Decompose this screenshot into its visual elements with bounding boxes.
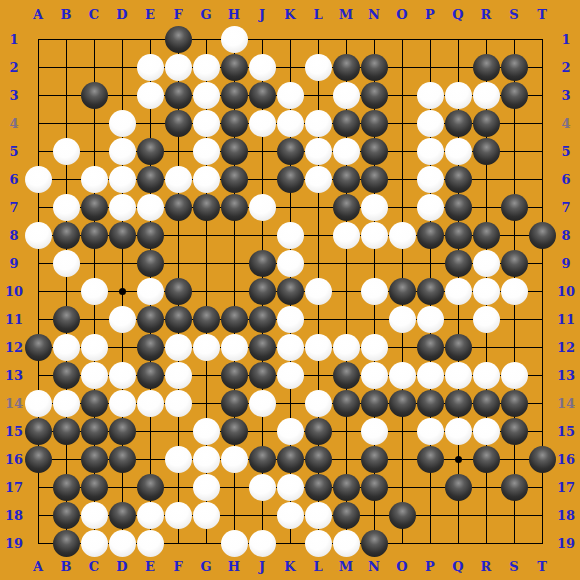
coord-label: R xyxy=(481,560,492,573)
stone-black[interactable] xyxy=(473,138,500,165)
stone-black[interactable] xyxy=(165,194,192,221)
stone-white[interactable] xyxy=(473,418,500,445)
coord-label: Q xyxy=(452,560,463,573)
stone-white[interactable] xyxy=(417,306,444,333)
stone-black[interactable] xyxy=(53,306,80,333)
coord-label: 16 xyxy=(557,453,575,466)
stone-black[interactable] xyxy=(501,250,528,277)
stone-white[interactable] xyxy=(193,110,220,137)
stone-black[interactable] xyxy=(25,334,52,361)
coord-label: M xyxy=(339,560,353,573)
stone-white[interactable] xyxy=(305,502,332,529)
stone-black[interactable] xyxy=(277,278,304,305)
stone-black[interactable] xyxy=(81,418,108,445)
stone-black[interactable] xyxy=(417,446,444,473)
coord-label: 15 xyxy=(557,425,575,438)
stone-white[interactable] xyxy=(277,110,304,137)
coord-label: 10 xyxy=(557,285,575,298)
stone-black[interactable] xyxy=(333,502,360,529)
stone-white[interactable] xyxy=(81,278,108,305)
stone-white[interactable] xyxy=(53,390,80,417)
stone-black[interactable] xyxy=(109,418,136,445)
stone-black[interactable] xyxy=(501,82,528,109)
stone-white[interactable] xyxy=(109,166,136,193)
stone-black[interactable] xyxy=(137,166,164,193)
stone-white[interactable] xyxy=(417,166,444,193)
stone-black[interactable] xyxy=(221,138,248,165)
stone-black[interactable] xyxy=(53,222,80,249)
star-point xyxy=(455,456,462,463)
coord-label: 4 xyxy=(561,117,570,130)
stone-black[interactable] xyxy=(445,110,472,137)
stone-black[interactable] xyxy=(25,418,52,445)
stone-black[interactable] xyxy=(53,502,80,529)
stone-black[interactable] xyxy=(389,278,416,305)
coord-label: 12 xyxy=(5,341,23,354)
stone-white[interactable] xyxy=(249,194,276,221)
coord-label: L xyxy=(313,560,322,573)
stone-black[interactable] xyxy=(193,194,220,221)
stone-black[interactable] xyxy=(305,446,332,473)
stone-white[interactable] xyxy=(165,166,192,193)
stone-black[interactable] xyxy=(137,222,164,249)
stone-black[interactable] xyxy=(445,390,472,417)
stone-white[interactable] xyxy=(81,530,108,557)
stone-black[interactable] xyxy=(361,390,388,417)
stone-white[interactable] xyxy=(221,446,248,473)
stone-black[interactable] xyxy=(165,110,192,137)
stone-black[interactable] xyxy=(221,166,248,193)
stone-white[interactable] xyxy=(109,194,136,221)
coord-label: 14 xyxy=(5,397,23,410)
coord-label: 11 xyxy=(557,313,575,326)
coord-label: 19 xyxy=(5,537,23,550)
coord-label: N xyxy=(368,8,380,21)
stone-white[interactable] xyxy=(193,418,220,445)
stone-black[interactable] xyxy=(501,54,528,81)
stone-black[interactable] xyxy=(221,390,248,417)
stone-white[interactable] xyxy=(305,390,332,417)
stone-black[interactable] xyxy=(333,390,360,417)
coord-label: O xyxy=(396,8,407,21)
coord-label: 18 xyxy=(5,509,23,522)
stone-white[interactable] xyxy=(305,530,332,557)
stone-white[interactable] xyxy=(193,138,220,165)
coord-label: K xyxy=(284,560,295,573)
coord-label: G xyxy=(200,560,211,573)
stone-white[interactable] xyxy=(333,222,360,249)
coord-label: 3 xyxy=(9,89,18,102)
coord-label: B xyxy=(61,560,72,573)
stone-white[interactable] xyxy=(277,334,304,361)
stone-white[interactable] xyxy=(361,222,388,249)
stone-black[interactable] xyxy=(249,446,276,473)
stone-white[interactable] xyxy=(389,222,416,249)
stone-white[interactable] xyxy=(193,54,220,81)
stone-black[interactable] xyxy=(165,26,192,53)
stone-black[interactable] xyxy=(333,474,360,501)
stone-black[interactable] xyxy=(53,530,80,557)
stone-white[interactable] xyxy=(361,362,388,389)
stone-white[interactable] xyxy=(165,54,192,81)
stone-black[interactable] xyxy=(53,418,80,445)
coord-label: 19 xyxy=(557,537,575,550)
coord-label: 8 xyxy=(561,229,570,242)
stone-black[interactable] xyxy=(81,446,108,473)
stone-black[interactable] xyxy=(137,250,164,277)
stone-white[interactable] xyxy=(249,54,276,81)
stone-white[interactable] xyxy=(165,334,192,361)
stone-white[interactable] xyxy=(109,390,136,417)
stone-white[interactable] xyxy=(53,334,80,361)
stone-black[interactable] xyxy=(361,446,388,473)
coord-label: L xyxy=(313,8,322,21)
stone-white[interactable] xyxy=(193,474,220,501)
stone-black[interactable] xyxy=(333,110,360,137)
coord-label: 1 xyxy=(561,33,570,46)
stone-black[interactable] xyxy=(445,474,472,501)
stone-black[interactable] xyxy=(445,166,472,193)
go-board[interactable]: AABBCCDDEEFFGGHHJJKKLLMMNNOOPPQQRRSSTT11… xyxy=(0,0,580,580)
coord-label: F xyxy=(173,560,182,573)
stone-black[interactable] xyxy=(221,54,248,81)
stone-black[interactable] xyxy=(81,194,108,221)
coord-label: H xyxy=(228,560,240,573)
stone-white[interactable] xyxy=(165,362,192,389)
stone-white[interactable] xyxy=(165,502,192,529)
star-point xyxy=(119,288,126,295)
coord-label: B xyxy=(61,8,72,21)
stone-white[interactable] xyxy=(445,278,472,305)
stone-black[interactable] xyxy=(277,446,304,473)
stone-white[interactable] xyxy=(445,82,472,109)
coord-label: 13 xyxy=(5,369,23,382)
coord-label: C xyxy=(89,8,99,21)
coord-label: D xyxy=(116,560,127,573)
coord-label: 2 xyxy=(561,61,570,74)
coord-label: C xyxy=(89,560,99,573)
stone-black[interactable] xyxy=(473,54,500,81)
stone-black[interactable] xyxy=(501,418,528,445)
stone-black[interactable] xyxy=(417,222,444,249)
coord-label: R xyxy=(481,8,492,21)
coord-label: J xyxy=(259,560,265,573)
stone-white[interactable] xyxy=(137,82,164,109)
stone-black[interactable] xyxy=(137,362,164,389)
stone-black[interactable] xyxy=(165,278,192,305)
coord-label: 11 xyxy=(5,313,23,326)
stone-black[interactable] xyxy=(221,82,248,109)
coord-label: O xyxy=(396,560,407,573)
stone-white[interactable] xyxy=(277,250,304,277)
stone-white[interactable] xyxy=(81,334,108,361)
coord-label: 4 xyxy=(9,117,18,130)
stone-black[interactable] xyxy=(249,362,276,389)
stone-white[interactable] xyxy=(333,82,360,109)
stone-white[interactable] xyxy=(277,82,304,109)
stone-white[interactable] xyxy=(193,502,220,529)
stone-white[interactable] xyxy=(137,194,164,221)
stone-black[interactable] xyxy=(25,446,52,473)
stone-black[interactable] xyxy=(361,138,388,165)
coord-label: 15 xyxy=(5,425,23,438)
stone-black[interactable] xyxy=(53,474,80,501)
stone-white[interactable] xyxy=(109,306,136,333)
coord-label: 8 xyxy=(9,229,18,242)
stone-white[interactable] xyxy=(333,530,360,557)
stone-black[interactable] xyxy=(501,474,528,501)
stone-white[interactable] xyxy=(277,222,304,249)
stone-white[interactable] xyxy=(109,138,136,165)
stone-white[interactable] xyxy=(81,166,108,193)
stone-white[interactable] xyxy=(277,502,304,529)
stone-black[interactable] xyxy=(473,446,500,473)
stone-white[interactable] xyxy=(53,250,80,277)
coord-label: F xyxy=(173,8,182,21)
stone-black[interactable] xyxy=(445,222,472,249)
stone-black[interactable] xyxy=(165,82,192,109)
stone-white[interactable] xyxy=(221,334,248,361)
stone-black[interactable] xyxy=(361,474,388,501)
stone-black[interactable] xyxy=(249,306,276,333)
stone-black[interactable] xyxy=(249,82,276,109)
coord-label: 6 xyxy=(561,173,570,186)
coord-label: J xyxy=(259,8,265,21)
coord-label: 14 xyxy=(557,397,575,410)
stone-white[interactable] xyxy=(137,390,164,417)
stone-white[interactable] xyxy=(193,334,220,361)
stone-white[interactable] xyxy=(417,138,444,165)
stone-white[interactable] xyxy=(417,110,444,137)
stone-white[interactable] xyxy=(137,278,164,305)
stone-black[interactable] xyxy=(81,474,108,501)
stone-black[interactable] xyxy=(277,166,304,193)
stone-black[interactable] xyxy=(529,446,556,473)
stone-white[interactable] xyxy=(193,166,220,193)
stone-white[interactable] xyxy=(417,362,444,389)
stone-white[interactable] xyxy=(473,82,500,109)
stone-black[interactable] xyxy=(137,306,164,333)
stone-white[interactable] xyxy=(221,26,248,53)
coord-label: A xyxy=(33,560,43,573)
stone-white[interactable] xyxy=(53,138,80,165)
coord-label: 9 xyxy=(561,257,570,270)
stone-white[interactable] xyxy=(333,334,360,361)
coord-label: K xyxy=(284,8,295,21)
stone-white[interactable] xyxy=(221,530,248,557)
stone-white[interactable] xyxy=(277,362,304,389)
coord-label: 2 xyxy=(9,61,18,74)
stone-white[interactable] xyxy=(53,194,80,221)
coord-label: S xyxy=(509,560,518,573)
stone-black[interactable] xyxy=(361,530,388,557)
stone-black[interactable] xyxy=(501,194,528,221)
stone-black[interactable] xyxy=(249,250,276,277)
coord-label: G xyxy=(200,8,211,21)
stone-white[interactable] xyxy=(165,390,192,417)
stone-black[interactable] xyxy=(417,334,444,361)
stone-black[interactable] xyxy=(137,138,164,165)
coord-label: 13 xyxy=(557,369,575,382)
stone-white[interactable] xyxy=(193,82,220,109)
stone-white[interactable] xyxy=(249,474,276,501)
stone-white[interactable] xyxy=(473,278,500,305)
stone-white[interactable] xyxy=(473,250,500,277)
stone-white[interactable] xyxy=(137,54,164,81)
coord-label: P xyxy=(425,8,435,21)
coord-label: H xyxy=(228,8,240,21)
stone-white[interactable] xyxy=(277,306,304,333)
stone-black[interactable] xyxy=(473,390,500,417)
coord-label: A xyxy=(33,8,43,21)
stone-black[interactable] xyxy=(305,474,332,501)
stone-white[interactable] xyxy=(333,138,360,165)
coord-label: 17 xyxy=(5,481,23,494)
stone-white[interactable] xyxy=(389,362,416,389)
stone-white[interactable] xyxy=(361,278,388,305)
stone-white[interactable] xyxy=(25,222,52,249)
stone-black[interactable] xyxy=(221,110,248,137)
stone-white[interactable] xyxy=(305,278,332,305)
coord-label: 18 xyxy=(557,509,575,522)
stone-white[interactable] xyxy=(277,418,304,445)
stone-white[interactable] xyxy=(361,334,388,361)
coord-label: S xyxy=(509,8,518,21)
stone-white[interactable] xyxy=(277,474,304,501)
stone-white[interactable] xyxy=(361,418,388,445)
stone-black[interactable] xyxy=(445,194,472,221)
stone-black[interactable] xyxy=(333,166,360,193)
stone-white[interactable] xyxy=(249,390,276,417)
stone-black[interactable] xyxy=(221,362,248,389)
stone-white[interactable] xyxy=(473,306,500,333)
stone-white[interactable] xyxy=(305,110,332,137)
stone-white[interactable] xyxy=(25,166,52,193)
stone-white[interactable] xyxy=(193,446,220,473)
coord-label: E xyxy=(145,560,155,573)
stone-black[interactable] xyxy=(473,110,500,137)
stone-black[interactable] xyxy=(81,390,108,417)
coord-label: 6 xyxy=(9,173,18,186)
stone-black[interactable] xyxy=(361,110,388,137)
stone-black[interactable] xyxy=(445,250,472,277)
stone-black[interactable] xyxy=(529,222,556,249)
stone-black[interactable] xyxy=(361,82,388,109)
stone-black[interactable] xyxy=(501,390,528,417)
stone-white[interactable] xyxy=(417,194,444,221)
stone-white[interactable] xyxy=(305,334,332,361)
stone-white[interactable] xyxy=(305,138,332,165)
stone-white[interactable] xyxy=(109,362,136,389)
stone-black[interactable] xyxy=(221,306,248,333)
coord-label: 1 xyxy=(9,33,18,46)
stone-black[interactable] xyxy=(333,54,360,81)
coord-label: T xyxy=(537,560,547,573)
stone-black[interactable] xyxy=(417,390,444,417)
coord-label: M xyxy=(339,8,353,21)
stone-black[interactable] xyxy=(81,82,108,109)
stone-white[interactable] xyxy=(109,110,136,137)
coord-label: N xyxy=(368,560,380,573)
stone-white[interactable] xyxy=(249,110,276,137)
coord-label: 9 xyxy=(9,257,18,270)
coord-label: D xyxy=(116,8,127,21)
stone-white[interactable] xyxy=(473,362,500,389)
coord-label: 5 xyxy=(561,145,570,158)
coord-label: 7 xyxy=(9,201,18,214)
stone-white[interactable] xyxy=(249,530,276,557)
stone-white[interactable] xyxy=(501,362,528,389)
coord-label: Q xyxy=(452,8,463,21)
stone-black[interactable] xyxy=(473,222,500,249)
stone-black[interactable] xyxy=(109,222,136,249)
stone-black[interactable] xyxy=(221,194,248,221)
coord-label: T xyxy=(537,8,547,21)
stone-black[interactable] xyxy=(81,222,108,249)
stone-black[interactable] xyxy=(193,306,220,333)
coord-label: P xyxy=(425,560,435,573)
stone-white[interactable] xyxy=(445,138,472,165)
stone-black[interactable] xyxy=(137,474,164,501)
stone-white[interactable] xyxy=(501,278,528,305)
stone-black[interactable] xyxy=(249,278,276,305)
stone-black[interactable] xyxy=(221,418,248,445)
stone-white[interactable] xyxy=(137,502,164,529)
stone-white[interactable] xyxy=(109,530,136,557)
stone-black[interactable] xyxy=(305,418,332,445)
stone-white[interactable] xyxy=(25,390,52,417)
stone-black[interactable] xyxy=(109,446,136,473)
stone-black[interactable] xyxy=(389,390,416,417)
stone-black[interactable] xyxy=(361,54,388,81)
stone-white[interactable] xyxy=(137,530,164,557)
stone-white[interactable] xyxy=(417,82,444,109)
stone-white[interactable] xyxy=(417,418,444,445)
stone-white[interactable] xyxy=(81,502,108,529)
stone-black[interactable] xyxy=(109,502,136,529)
stone-black[interactable] xyxy=(361,166,388,193)
coord-label: E xyxy=(145,8,155,21)
stone-black[interactable] xyxy=(445,334,472,361)
stone-black[interactable] xyxy=(333,362,360,389)
coord-label: 3 xyxy=(561,89,570,102)
coord-label: 5 xyxy=(9,145,18,158)
stone-white[interactable] xyxy=(305,54,332,81)
stone-black[interactable] xyxy=(53,362,80,389)
stone-white[interactable] xyxy=(165,446,192,473)
coord-label: 7 xyxy=(561,201,570,214)
coord-label: 10 xyxy=(5,285,23,298)
stone-white[interactable] xyxy=(361,194,388,221)
coord-label: 12 xyxy=(557,341,575,354)
stone-black[interactable] xyxy=(249,334,276,361)
coord-label: 17 xyxy=(557,481,575,494)
stone-white[interactable] xyxy=(81,362,108,389)
coord-label: 16 xyxy=(5,453,23,466)
stone-white[interactable] xyxy=(445,362,472,389)
stone-black[interactable] xyxy=(137,334,164,361)
stone-white[interactable] xyxy=(305,166,332,193)
stone-black[interactable] xyxy=(277,138,304,165)
stone-black[interactable] xyxy=(333,194,360,221)
stone-black[interactable] xyxy=(165,306,192,333)
stone-white[interactable] xyxy=(445,418,472,445)
stone-black[interactable] xyxy=(389,502,416,529)
stone-black[interactable] xyxy=(417,278,444,305)
stone-white[interactable] xyxy=(389,306,416,333)
